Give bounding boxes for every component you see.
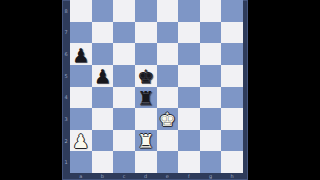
square-g3[interactable] [200,108,222,130]
square-c1[interactable] [113,151,135,173]
square-d4[interactable]: ♜ [135,87,157,109]
square-d2[interactable]: ♜ [135,130,157,152]
rank-label-8: 8 [62,0,70,22]
square-d7[interactable] [135,22,157,44]
square-g8[interactable] [200,0,222,22]
square-g7[interactable] [200,22,222,44]
square-a1[interactable] [70,151,92,173]
square-h6[interactable] [221,43,243,65]
file-label-e: e [157,173,179,180]
square-e8[interactable] [157,0,179,22]
square-b6[interactable] [92,43,114,65]
square-e4[interactable] [157,87,179,109]
square-g5[interactable] [200,65,222,87]
rank-label-4: 4 [62,87,70,109]
square-a4[interactable] [70,87,92,109]
square-c3[interactable] [113,108,135,130]
square-b4[interactable] [92,87,114,109]
white-king-e3[interactable]: ♚ [159,110,176,129]
square-c5[interactable] [113,65,135,87]
square-f2[interactable] [178,130,200,152]
square-c7[interactable] [113,22,135,44]
square-e2[interactable] [157,130,179,152]
square-g4[interactable] [200,87,222,109]
square-d5[interactable]: ♚ [135,65,157,87]
square-f1[interactable] [178,151,200,173]
square-h1[interactable] [221,151,243,173]
square-h7[interactable] [221,22,243,44]
square-f8[interactable] [178,0,200,22]
square-h3[interactable] [221,108,243,130]
white-rook-d2[interactable]: ♜ [137,132,154,151]
square-e1[interactable] [157,151,179,173]
square-d3[interactable] [135,108,157,130]
square-a7[interactable] [70,22,92,44]
black-king-d5[interactable]: ♚ [137,67,154,86]
square-d1[interactable] [135,151,157,173]
square-b7[interactable] [92,22,114,44]
square-b1[interactable] [92,151,114,173]
file-label-f: f [178,173,200,180]
square-g1[interactable] [200,151,222,173]
square-d6[interactable] [135,43,157,65]
black-pawn-b5[interactable]: ♟ [94,67,111,86]
rank-label-3: 3 [62,108,70,130]
square-c4[interactable] [113,87,135,109]
black-rook-d4[interactable]: ♜ [137,89,154,108]
square-c2[interactable] [113,130,135,152]
square-f6[interactable] [178,43,200,65]
square-g6[interactable] [200,43,222,65]
square-d8[interactable] [135,0,157,22]
square-c8[interactable] [113,0,135,22]
square-e5[interactable] [157,65,179,87]
square-e6[interactable] [157,43,179,65]
white-pawn-a2[interactable]: ♟ [72,132,89,151]
square-h5[interactable] [221,65,243,87]
file-label-g: g [200,173,222,180]
square-f5[interactable] [178,65,200,87]
square-b2[interactable] [92,130,114,152]
video-frame: 87654321 ♟♟♚♜♚♟♜ abcdefgh [0,0,320,180]
square-g2[interactable] [200,130,222,152]
rank-label-5: 5 [62,65,70,87]
square-f7[interactable] [178,22,200,44]
square-f4[interactable] [178,87,200,109]
square-a8[interactable] [70,0,92,22]
black-pawn-a6[interactable]: ♟ [72,46,89,65]
square-a6[interactable]: ♟ [70,43,92,65]
square-a3[interactable] [70,108,92,130]
file-labels: abcdefgh [70,173,243,180]
square-e7[interactable] [157,22,179,44]
chess-board: 87654321 ♟♟♚♜♚♟♜ abcdefgh [62,0,248,180]
file-label-b: b [92,173,114,180]
rank-label-2: 2 [62,130,70,152]
file-label-d: d [135,173,157,180]
square-c6[interactable] [113,43,135,65]
square-f3[interactable] [178,108,200,130]
file-label-a: a [70,173,92,180]
square-e3[interactable]: ♚ [157,108,179,130]
square-h4[interactable] [221,87,243,109]
square-b5[interactable]: ♟ [92,65,114,87]
square-a5[interactable] [70,65,92,87]
rank-label-7: 7 [62,22,70,44]
rank-label-6: 6 [62,43,70,65]
board-grid: ♟♟♚♜♚♟♜ [70,0,243,173]
file-label-c: c [113,173,135,180]
square-b3[interactable] [92,108,114,130]
file-label-h: h [221,173,243,180]
square-a2[interactable]: ♟ [70,130,92,152]
square-h8[interactable] [221,0,243,22]
square-h2[interactable] [221,130,243,152]
rank-label-1: 1 [62,151,70,173]
square-b8[interactable] [92,0,114,22]
rank-labels: 87654321 [62,0,70,173]
